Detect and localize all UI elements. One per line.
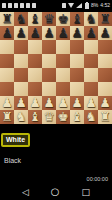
piece-black-pawn: ♟	[43, 26, 54, 40]
square-c8[interactable]: ♝	[28, 12, 42, 26]
notification-icon-5	[26, 3, 30, 8]
square-d5[interactable]	[42, 54, 56, 68]
square-h3[interactable]	[98, 82, 112, 96]
square-a3[interactable]	[0, 82, 14, 96]
notification-icon-6	[32, 3, 36, 8]
piece-white-rook: ♜	[99, 110, 110, 124]
notification-icon-1	[2, 3, 6, 8]
piece-black-pawn: ♟	[85, 26, 96, 40]
square-a7[interactable]: ♟	[0, 26, 14, 40]
piece-white-knight: ♞	[85, 110, 96, 124]
piece-black-pawn: ♟	[99, 26, 110, 40]
square-c3[interactable]	[28, 82, 42, 96]
white-player-label: White	[6, 136, 25, 143]
piece-white-pawn: ♟	[99, 96, 110, 110]
square-b3[interactable]	[14, 82, 28, 96]
square-b1[interactable]: ♞	[14, 110, 28, 124]
square-e1[interactable]: ♚	[56, 110, 70, 124]
square-f6[interactable]	[70, 40, 84, 54]
chess-board[interactable]: ♜♞♝♛♚♝♞♜♟♟♟♟♟♟♟♟♟♟♟♟♟♟♟♟♜♞♝♛♚♝♞♜	[0, 12, 112, 124]
piece-black-rook: ♜	[1, 12, 12, 26]
piece-black-pawn: ♟	[57, 26, 68, 40]
piece-black-bishop: ♝	[29, 12, 40, 26]
piece-black-pawn: ♟	[15, 26, 26, 40]
square-f3[interactable]	[70, 82, 84, 96]
piece-white-knight: ♞	[15, 110, 26, 124]
wifi-icon	[68, 3, 74, 8]
square-d8[interactable]: ♛	[42, 12, 56, 26]
notification-icon-3	[14, 3, 18, 8]
home-button[interactable]: ○	[51, 187, 60, 197]
square-h1[interactable]: ♜	[98, 110, 112, 124]
cell-signal-icon	[76, 3, 82, 8]
square-b4[interactable]	[14, 68, 28, 82]
piece-black-knight: ♞	[85, 12, 96, 26]
square-h7[interactable]: ♟	[98, 26, 112, 40]
piece-white-king: ♚	[57, 110, 68, 124]
square-g5[interactable]	[84, 54, 98, 68]
game-clock: 00:00:00	[87, 176, 108, 182]
piece-white-queen: ♛	[43, 110, 54, 124]
piece-white-pawn: ♟	[71, 96, 82, 110]
square-b6[interactable]	[14, 40, 28, 54]
square-f5[interactable]	[70, 54, 84, 68]
piece-black-queen: ♛	[43, 12, 54, 26]
status-time: 4:52	[100, 0, 110, 11]
piece-white-rook: ♜	[1, 110, 12, 124]
square-f1[interactable]: ♝	[70, 110, 84, 124]
square-d1[interactable]: ♛	[42, 110, 56, 124]
square-h6[interactable]	[98, 40, 112, 54]
square-d7[interactable]: ♟	[42, 26, 56, 40]
square-e3[interactable]	[56, 82, 70, 96]
square-f2[interactable]: ♟	[70, 96, 84, 110]
square-a6[interactable]	[0, 40, 14, 54]
square-f7[interactable]: ♟	[70, 26, 84, 40]
square-a1[interactable]: ♜	[0, 110, 14, 124]
back-button[interactable]: ◁	[22, 187, 29, 197]
square-g1[interactable]: ♞	[84, 110, 98, 124]
square-f4[interactable]	[70, 68, 84, 82]
square-b2[interactable]: ♟	[14, 96, 28, 110]
square-e5[interactable]	[56, 54, 70, 68]
square-g7[interactable]: ♟	[84, 26, 98, 40]
battery-percent: 8%	[91, 0, 98, 11]
square-d6[interactable]	[42, 40, 56, 54]
square-a8[interactable]: ♜	[0, 12, 14, 26]
square-d2[interactable]: ♟	[42, 96, 56, 110]
status-bar-notifications	[2, 3, 36, 8]
square-b8[interactable]: ♞	[14, 12, 28, 26]
square-e8[interactable]: ♚	[56, 12, 70, 26]
piece-white-pawn: ♟	[15, 96, 26, 110]
piece-white-pawn: ♟	[85, 96, 96, 110]
android-navbar: ◁ ○ □	[0, 183, 112, 200]
piece-white-bishop: ♝	[29, 110, 40, 124]
square-e6[interactable]	[56, 40, 70, 54]
square-c5[interactable]	[28, 54, 42, 68]
square-g2[interactable]: ♟	[84, 96, 98, 110]
battery-icon	[85, 3, 89, 9]
square-c2[interactable]: ♟	[28, 96, 42, 110]
notification-icon-4	[20, 3, 24, 8]
status-bar: 8% 4:52	[0, 0, 112, 11]
square-d4[interactable]	[42, 68, 56, 82]
black-player-label[interactable]: Black	[4, 157, 21, 165]
square-g6[interactable]	[84, 40, 98, 54]
square-h8[interactable]: ♜	[98, 12, 112, 26]
square-e4[interactable]	[56, 68, 70, 82]
square-a2[interactable]: ♟	[0, 96, 14, 110]
screenshot-icon	[62, 3, 66, 8]
piece-white-bishop: ♝	[71, 110, 82, 124]
white-player-button[interactable]: White	[1, 133, 30, 147]
piece-black-pawn: ♟	[71, 26, 82, 40]
piece-black-knight: ♞	[15, 12, 26, 26]
square-a5[interactable]	[0, 54, 14, 68]
recents-button[interactable]: □	[82, 187, 91, 197]
square-b5[interactable]	[14, 54, 28, 68]
piece-black-rook: ♜	[99, 12, 110, 26]
square-a4[interactable]	[0, 68, 14, 82]
square-g4[interactable]	[84, 68, 98, 82]
square-g8[interactable]: ♞	[84, 12, 98, 26]
square-g3[interactable]	[84, 82, 98, 96]
piece-black-pawn: ♟	[1, 26, 12, 40]
chess-app-screen: 8% 4:52 ♜♞♝♛♚♝♞♜♟♟♟♟♟♟♟♟♟♟♟♟♟♟♟♟♜♞♝♛♚♝♞♜…	[0, 0, 112, 200]
piece-white-pawn: ♟	[29, 96, 40, 110]
piece-white-pawn: ♟	[43, 96, 54, 110]
square-f8[interactable]: ♝	[70, 12, 84, 26]
piece-white-pawn: ♟	[1, 96, 12, 110]
square-h2[interactable]: ♟	[98, 96, 112, 110]
piece-black-king: ♚	[57, 12, 68, 26]
square-c1[interactable]: ♝	[28, 110, 42, 124]
piece-white-pawn: ♟	[57, 96, 68, 110]
square-c7[interactable]: ♟	[28, 26, 42, 40]
piece-black-pawn: ♟	[29, 26, 40, 40]
piece-black-bishop: ♝	[71, 12, 82, 26]
square-c4[interactable]	[28, 68, 42, 82]
square-h4[interactable]	[98, 68, 112, 82]
square-b7[interactable]: ♟	[14, 26, 28, 40]
square-e7[interactable]: ♟	[56, 26, 70, 40]
square-d3[interactable]	[42, 82, 56, 96]
notification-icon-2	[8, 3, 12, 8]
square-e2[interactable]: ♟	[56, 96, 70, 110]
square-h5[interactable]	[98, 54, 112, 68]
status-bar-system: 8% 4:52	[62, 0, 110, 11]
square-c6[interactable]	[28, 40, 42, 54]
